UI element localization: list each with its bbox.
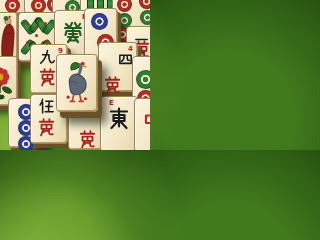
plum-lady-icon xyxy=(0,15,19,59)
glyph-發 xyxy=(61,20,85,46)
tile-red-dragon[interactable] xyxy=(134,98,150,150)
glyph-中 xyxy=(141,108,150,134)
glyph-東 xyxy=(107,106,131,132)
glyph-num xyxy=(36,98,57,115)
glyph-num xyxy=(37,49,58,66)
tile-corner-label: E xyxy=(109,100,114,107)
chrysanthemum-icon xyxy=(0,61,17,103)
tile-flower-plum-lady[interactable] xyxy=(0,12,18,62)
red-dot-icon xyxy=(26,22,29,25)
mahjong-board: F94 E xyxy=(0,0,150,150)
red-coin-icon xyxy=(139,0,150,9)
glyph-wan xyxy=(77,130,98,150)
green-coin-icon xyxy=(140,10,150,25)
red-dot-icon xyxy=(35,34,38,37)
red-dot-icon xyxy=(26,41,29,44)
blue-coin-icon xyxy=(91,13,108,30)
tile-east-wind[interactable]: E xyxy=(100,96,138,150)
bamboo-bird-icon xyxy=(61,59,93,105)
tile-1-bamboo-bird[interactable] xyxy=(56,54,98,112)
green-coin-icon xyxy=(136,70,150,89)
glyph-wan xyxy=(102,76,123,96)
red-dot-icon xyxy=(35,26,38,29)
glyph-wan xyxy=(36,118,57,138)
red-coin-icon xyxy=(117,0,132,12)
red-dot-icon xyxy=(44,22,47,25)
tile-corner-label: 4 xyxy=(128,46,133,53)
glyph-wan xyxy=(37,68,58,88)
